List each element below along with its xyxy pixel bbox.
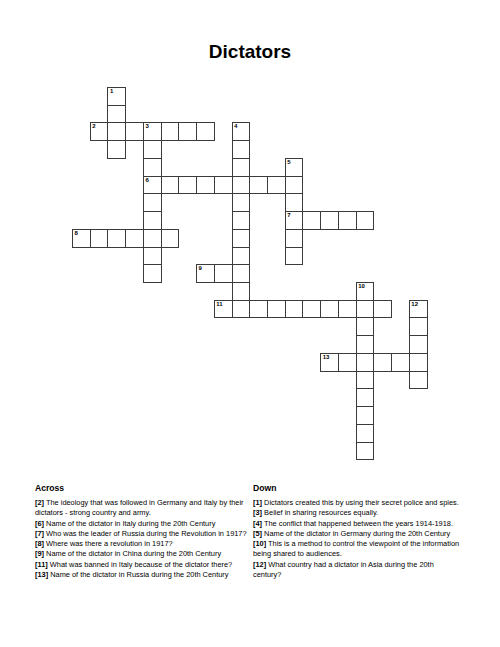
grid-cell-r7c9[interactable] <box>232 211 251 230</box>
grid-cell-r15c14[interactable]: 13 <box>320 353 339 372</box>
grid-cell-r4c4[interactable] <box>143 158 162 177</box>
down-clues-section: Down [1] Dictators created this by using… <box>253 484 464 580</box>
grid-cell-r3c2[interactable] <box>107 140 126 159</box>
grid-cell-r6c9[interactable] <box>232 193 251 212</box>
grid-cell-r2c3[interactable] <box>125 122 144 141</box>
grid-cell-r12c17[interactable] <box>373 300 392 319</box>
grid-cell-r5c6[interactable] <box>178 176 197 195</box>
grid-cell-r8c3[interactable] <box>125 229 144 248</box>
grid-cell-r8c5[interactable] <box>161 229 180 248</box>
crossword-page: Dictators 12345678910111213 Across [2] T… <box>0 0 500 647</box>
grid-cell-r8c2[interactable] <box>107 229 126 248</box>
grid-cell-r11c16[interactable]: 10 <box>356 282 375 301</box>
down-clue-number-label: [1] <box>253 498 262 507</box>
grid-cell-r3c4[interactable] <box>143 140 162 159</box>
clue-number-6: 6 <box>145 177 148 184</box>
across-clue-11: [11] What was banned in Italy because of… <box>35 560 254 570</box>
clue-number-7: 7 <box>287 212 290 219</box>
grid-cell-r5c5[interactable] <box>161 176 180 195</box>
grid-cell-r5c11[interactable] <box>267 176 286 195</box>
clue-number-9: 9 <box>199 265 202 272</box>
clue-number-10: 10 <box>358 283 365 290</box>
grid-cell-r4c12[interactable]: 5 <box>285 158 304 177</box>
grid-cell-r12c13[interactable] <box>302 300 321 319</box>
grid-cell-r17c16[interactable] <box>356 388 375 407</box>
clue-number-2: 2 <box>92 123 95 130</box>
grid-cell-r16c16[interactable] <box>356 371 375 390</box>
clue-number-1: 1 <box>110 88 113 95</box>
grid-cell-r2c2[interactable] <box>107 122 126 141</box>
down-clue-4: [4] The conflict that happened between t… <box>253 519 464 529</box>
across-clue-7: [7] Who was the leader of Russia during … <box>35 529 254 539</box>
puzzle-title: Dictators <box>0 41 500 63</box>
grid-cell-r15c15[interactable] <box>338 353 357 372</box>
grid-cell-r10c7[interactable]: 9 <box>196 264 215 283</box>
grid-cell-r9c4[interactable] <box>143 247 162 266</box>
grid-cell-r2c1[interactable]: 2 <box>90 122 109 141</box>
down-clue-12: [12] What country had a dictator in Asia… <box>253 560 464 581</box>
grid-cell-r8c4[interactable] <box>143 229 162 248</box>
clue-number-3: 3 <box>145 123 148 130</box>
across-clue-number-label: [9] <box>35 549 44 558</box>
across-clue-number-label: [8] <box>35 539 44 548</box>
across-clue-6: [6] Name of the dictator in Italy during… <box>35 519 254 529</box>
grid-cell-r5c12[interactable] <box>285 176 304 195</box>
grid-cell-r8c0[interactable]: 8 <box>72 229 91 248</box>
grid-cell-r7c12[interactable]: 7 <box>285 211 304 230</box>
down-clue-number-label: [3] <box>253 508 262 517</box>
grid-cell-r12c9[interactable] <box>232 300 251 319</box>
across-clue-list: [2] The ideology that was followed in Ge… <box>35 498 254 580</box>
grid-cell-r7c13[interactable] <box>302 211 321 230</box>
grid-cell-r5c7[interactable] <box>196 176 215 195</box>
grid-cell-r0c2[interactable]: 1 <box>107 87 126 106</box>
grid-cell-r12c14[interactable] <box>320 300 339 319</box>
down-clue-number-label: [4] <box>253 519 262 528</box>
across-header: Across <box>35 484 254 493</box>
down-clue-number-label: [12] <box>253 560 266 569</box>
grid-cell-r10c4[interactable] <box>143 264 162 283</box>
across-clue-13: [13] Name of the dictator in Russia duri… <box>35 570 254 580</box>
clue-number-13: 13 <box>323 354 330 361</box>
grid-cell-r12c11[interactable] <box>267 300 286 319</box>
across-clue-number-label: [13] <box>35 570 48 579</box>
grid-cell-r14c19[interactable] <box>409 335 428 354</box>
grid-cell-r12c19[interactable]: 12 <box>409 300 428 319</box>
clue-number-8: 8 <box>75 230 78 237</box>
down-clue-1: [1] Dictators created this by using thei… <box>253 498 464 508</box>
grid-cell-r5c8[interactable] <box>214 176 233 195</box>
grid-cell-r19c16[interactable] <box>356 424 375 443</box>
grid-cell-r12c15[interactable] <box>338 300 357 319</box>
across-clue-2: [2] The ideology that was followed in Ge… <box>35 498 254 519</box>
grid-cell-r3c9[interactable] <box>232 140 251 159</box>
across-clue-number-label: [7] <box>35 529 44 538</box>
grid-cell-r12c16[interactable] <box>356 300 375 319</box>
grid-cell-r9c12[interactable] <box>285 247 304 266</box>
down-clue-list: [1] Dictators created this by using thei… <box>253 498 464 580</box>
clue-number-4: 4 <box>234 123 237 130</box>
grid-cell-r18c16[interactable] <box>356 406 375 425</box>
across-clue-number-label: [11] <box>35 560 48 569</box>
across-clue-8: [8] Where was there a revolution in 1917… <box>35 539 254 549</box>
grid-cell-r10c9[interactable] <box>232 264 251 283</box>
grid-cell-r7c15[interactable] <box>338 211 357 230</box>
down-clue-3: [3] Belief in sharing resources equally. <box>253 508 464 518</box>
grid-cell-r8c12[interactable] <box>285 229 304 248</box>
grid-cell-r14c16[interactable] <box>356 335 375 354</box>
grid-cell-r4c9[interactable] <box>232 158 251 177</box>
across-clue-number-label: [6] <box>35 519 44 528</box>
grid-cell-r5c4[interactable]: 6 <box>143 176 162 195</box>
grid-cell-r15c19[interactable] <box>409 353 428 372</box>
grid-cell-r2c4[interactable]: 3 <box>143 122 162 141</box>
clue-number-12: 12 <box>411 301 418 308</box>
crossword-grid: 12345678910111213 <box>72 87 428 460</box>
clue-number-11: 11 <box>216 301 222 308</box>
down-clue-5: [5] Name of the dictator in Germany duri… <box>253 529 464 539</box>
grid-cell-r13c19[interactable] <box>409 317 428 336</box>
across-clues-section: Across [2] The ideology that was followe… <box>35 484 254 580</box>
grid-cell-r15c17[interactable] <box>373 353 392 372</box>
grid-cell-r7c4[interactable] <box>143 211 162 230</box>
grid-cell-r12c10[interactable] <box>249 300 268 319</box>
clue-number-5: 5 <box>287 159 290 166</box>
grid-cell-r12c8[interactable]: 11 <box>214 300 233 319</box>
grid-cell-r15c18[interactable] <box>391 353 410 372</box>
grid-cell-r11c9[interactable] <box>232 282 251 301</box>
grid-cell-r5c10[interactable] <box>249 176 268 195</box>
down-clue-number-label: [10] <box>253 539 266 548</box>
grid-cell-r10c8[interactable] <box>214 264 233 283</box>
grid-cell-r2c9[interactable]: 4 <box>232 122 251 141</box>
grid-cell-r6c4[interactable] <box>143 193 162 212</box>
grid-cell-r6c12[interactable] <box>285 193 304 212</box>
grid-cell-r1c2[interactable] <box>107 105 126 124</box>
across-clue-number-label: [2] <box>35 498 44 507</box>
grid-cell-r12c12[interactable] <box>285 300 304 319</box>
grid-cell-r2c7[interactable] <box>196 122 215 141</box>
grid-cell-r2c6[interactable] <box>178 122 197 141</box>
grid-cell-r2c5[interactable] <box>161 122 180 141</box>
grid-cell-r8c1[interactable] <box>90 229 109 248</box>
down-clue-number-label: [5] <box>253 529 262 538</box>
grid-cell-r9c9[interactable] <box>232 247 251 266</box>
grid-cell-r20c16[interactable] <box>356 442 375 461</box>
grid-cell-r7c14[interactable] <box>320 211 339 230</box>
down-clue-10: [10] This is a method to control the vie… <box>253 539 464 560</box>
across-clue-9: [9] Name of the dictator in China during… <box>35 549 254 559</box>
grid-cell-r7c16[interactable] <box>356 211 375 230</box>
down-header: Down <box>253 484 464 493</box>
grid-cell-r13c16[interactable] <box>356 317 375 336</box>
grid-cell-r8c9[interactable] <box>232 229 251 248</box>
grid-cell-r5c9[interactable] <box>232 176 251 195</box>
grid-cell-r16c19[interactable] <box>409 371 428 390</box>
grid-cell-r15c16[interactable] <box>356 353 375 372</box>
